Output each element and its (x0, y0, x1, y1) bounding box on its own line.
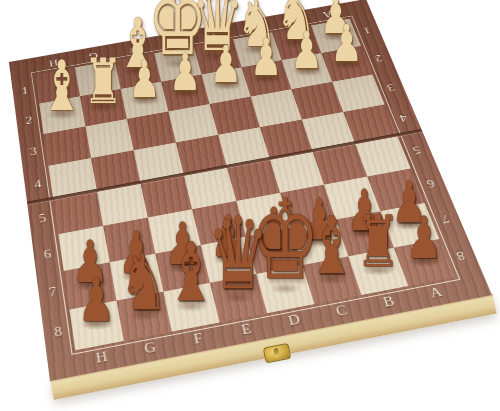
product-photo-stage: 1122334455667788HHGGFFEEDDCCBBAA ♟♞♞♛♟♚♟… (0, 0, 500, 411)
rank-label-left-7: 7 (48, 286, 57, 300)
file-label-top-g: G (88, 50, 99, 60)
rank-label-left-8: 8 (54, 325, 63, 339)
rank-label-left-4: 4 (34, 179, 42, 191)
brass-clasp-icon (263, 343, 292, 364)
rank-label-left-5: 5 (38, 213, 47, 225)
file-label-bottom-g: G (143, 341, 157, 356)
file-label-bottom-h: H (95, 350, 108, 366)
rank-label-left-2: 2 (25, 115, 33, 126)
rank-label-left-6: 6 (43, 248, 52, 261)
rank-label-left-3: 3 (29, 146, 37, 157)
file-label-top-h: H (48, 57, 59, 68)
rank-label-left-1: 1 (21, 86, 29, 96)
